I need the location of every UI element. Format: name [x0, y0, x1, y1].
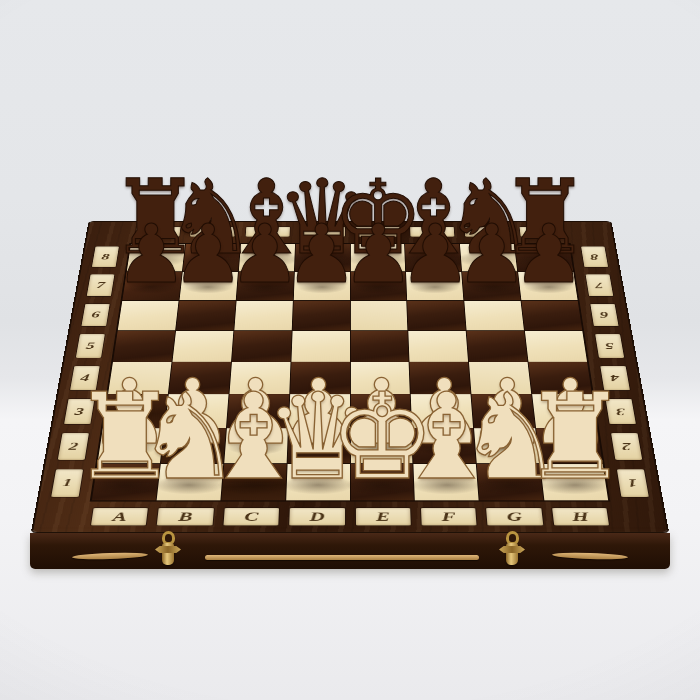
square-e5[interactable] [350, 331, 408, 362]
file-label: F [421, 508, 477, 526]
brass-clasp-right [499, 531, 525, 571]
brass-clasp-left [155, 531, 181, 571]
square-g5[interactable] [467, 331, 528, 362]
square-e6[interactable] [350, 301, 407, 331]
square-b6[interactable] [176, 301, 236, 331]
file-label: D [289, 508, 344, 526]
carved-groove-right [552, 552, 628, 561]
rank-label: 5 [595, 334, 624, 357]
square-a6[interactable] [118, 301, 179, 331]
square-h6[interactable] [522, 301, 583, 331]
piece-black-pawn[interactable]: ♟ [512, 214, 585, 295]
rank-label: 6 [81, 304, 109, 326]
file-label: C [223, 508, 279, 526]
square-c6[interactable] [234, 301, 292, 331]
square-f6[interactable] [407, 301, 465, 331]
square-b5[interactable] [172, 331, 233, 362]
file-label: G [486, 508, 543, 526]
rank-label: 6 [590, 304, 618, 326]
square-g6[interactable] [464, 301, 524, 331]
square-c5[interactable] [232, 331, 292, 362]
carved-groove-left [72, 552, 148, 561]
chess-set-photo: ABCDEFGH ABCDEFGH 87654321 87654321 ♜♞♝♛… [0, 0, 700, 700]
rank-label: 7 [87, 275, 115, 297]
box-side-panel [30, 533, 670, 569]
clasp-plate [155, 546, 181, 553]
rank-label: 5 [76, 334, 105, 357]
piece-white-rook[interactable]: ♜ [522, 378, 629, 497]
file-label: A [91, 508, 148, 526]
file-label: E [355, 508, 410, 526]
square-f5[interactable] [409, 331, 469, 362]
file-label: H [552, 508, 609, 526]
carved-groove-center [205, 555, 479, 560]
square-d6[interactable] [292, 301, 349, 331]
file-label: B [157, 508, 214, 526]
rank-label: 7 [586, 275, 614, 297]
square-a5[interactable] [113, 331, 175, 362]
clasp-plate [499, 546, 525, 553]
square-h5[interactable] [525, 331, 587, 362]
file-labels-near: ABCDEFGH [86, 506, 615, 527]
square-d5[interactable] [291, 331, 349, 362]
